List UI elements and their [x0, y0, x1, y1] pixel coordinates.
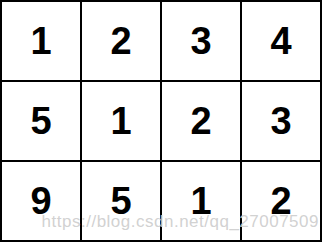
grid-cell-r1c3: 3	[242, 82, 320, 160]
grid-cell-r2c0: 9	[2, 162, 80, 240]
grid-cell-r0c3: 4	[242, 2, 320, 80]
grid-cell-r1c1: 1	[82, 82, 160, 160]
grid-cell-r2c1: 5	[82, 162, 160, 240]
grid-cell-r2c3: 2	[242, 162, 320, 240]
grid-cell-r2c2: 1	[162, 162, 240, 240]
grid-cell-r0c0: 1	[2, 2, 80, 80]
number-grid-diagram: 1 2 3 4 5 1 2 3 9 5 1 2 https://blog.csd…	[0, 0, 322, 242]
grid-cell-r0c2: 3	[162, 2, 240, 80]
grid-cell-r0c1: 2	[82, 2, 160, 80]
number-grid-board: 1 2 3 4 5 1 2 3 9 5 1 2	[0, 0, 322, 242]
grid-cell-r1c2: 2	[162, 82, 240, 160]
grid-cell-r1c0: 5	[2, 82, 80, 160]
